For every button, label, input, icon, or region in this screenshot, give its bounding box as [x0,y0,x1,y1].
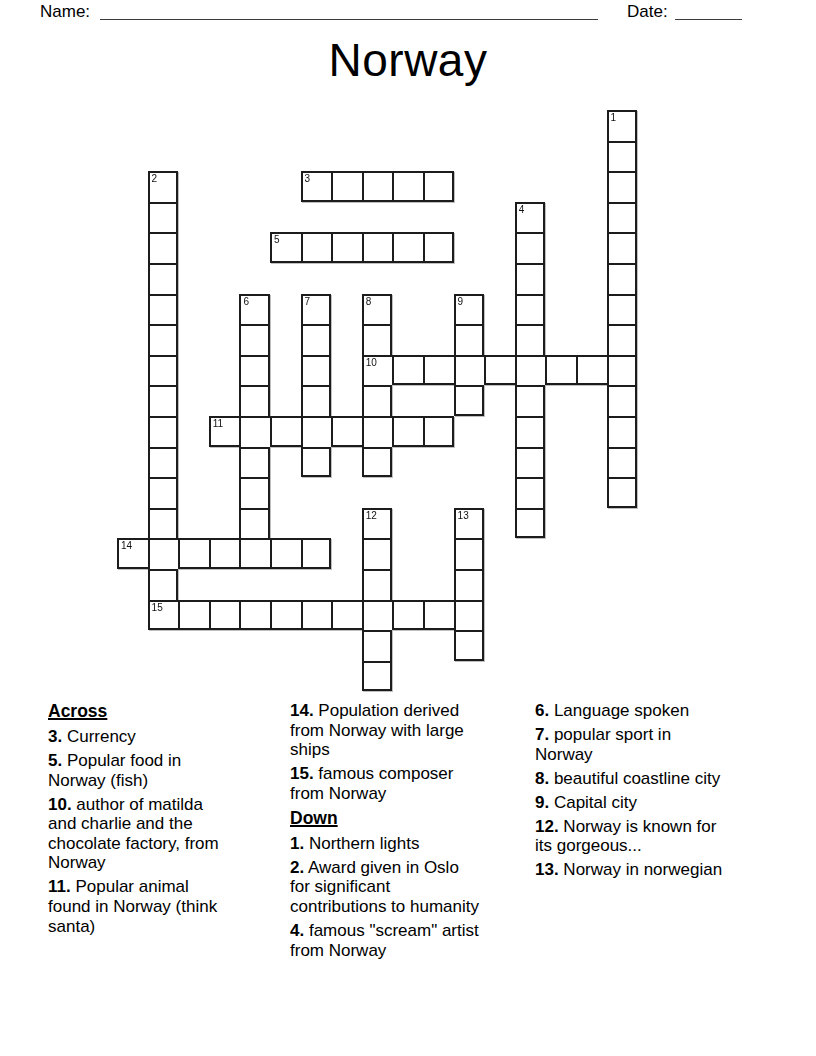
grid-cell-r3c1[interactable] [148,202,179,233]
cell-number-12: 12 [366,511,377,521]
grid-cell-r14c4[interactable] [239,538,270,569]
grid-cell-r6c13[interactable] [515,294,546,325]
cell-number-10: 10 [366,358,377,368]
grid-cell-r16c11[interactable] [454,600,485,631]
grid-cell-r12c13[interactable] [515,477,546,508]
clue-number: 15. [290,764,314,783]
grid-cell-r13c4[interactable] [239,508,270,539]
grid-cell-r10c9[interactable] [392,416,423,447]
grid-cell-r4c5[interactable]: 5 [270,232,301,263]
grid-cell-r10c13[interactable] [515,416,546,447]
grid-cell-r8c6[interactable] [301,355,332,386]
cell-number-4: 4 [519,205,525,215]
worksheet-page: Name: Date: Norway 123456789101112131415… [0,0,816,1056]
cell-number-11: 11 [213,419,223,429]
grid-cell-r10c8[interactable] [362,416,393,447]
grid-cell-r16c9[interactable] [392,600,423,631]
grid-cell-r8c12[interactable] [484,355,515,386]
cell-number-14: 14 [121,541,132,551]
grid-cell-r15c1[interactable] [148,569,179,600]
cell-number-3: 3 [305,174,311,184]
grid-cell-r16c8[interactable] [362,600,393,631]
grid-cell-r10c7[interactable] [331,416,362,447]
grid-cell-r14c1[interactable] [148,538,179,569]
clue-number: 6. [535,701,549,720]
grid-cell-r16c7[interactable] [331,600,362,631]
grid-cell-r14c6[interactable] [301,538,332,569]
grid-cell-r5c16[interactable] [607,263,638,294]
cell-number-7: 7 [305,297,311,307]
grid-cell-r4c10[interactable] [423,232,454,263]
grid-cell-r15c8[interactable] [362,569,393,600]
grid-cell-r6c11[interactable]: 9 [454,294,485,325]
clues-column-2: 14. Population derived from Norway with … [290,701,480,965]
clue-across-11: 11. Popular animal found in Norway (thin… [48,877,232,936]
grid-cell-r8c1[interactable] [148,355,179,386]
grid-cell-r6c16[interactable] [607,294,638,325]
grid-cell-r8c10[interactable] [423,355,454,386]
clue-number: 7. [535,725,549,744]
clue-number: 5. [48,751,62,770]
grid-cell-r7c11[interactable] [454,324,485,355]
grid-cell-r1c16[interactable] [607,141,638,172]
grid-cell-r7c16[interactable] [607,324,638,355]
grid-cell-r7c13[interactable] [515,324,546,355]
clue-number: 9. [535,793,549,812]
date-blank-line[interactable] [675,19,742,20]
clue-number: 14. [290,701,314,720]
grid-cell-r8c11[interactable] [454,355,485,386]
cell-number-6: 6 [243,297,249,307]
clues-column-3: 6. Language spoken7. popular sport in No… [535,701,729,884]
grid-cell-r9c4[interactable] [239,385,270,416]
cell-number-8: 8 [366,297,372,307]
cell-number-15: 15 [152,603,163,613]
grid-cell-r13c11[interactable]: 13 [454,508,485,539]
clue-number: 13. [535,860,559,879]
clue-down-7: 7. popular sport in Norway [535,725,729,764]
cell-number-1: 1 [611,113,617,123]
grid-cell-r0c16[interactable]: 1 [607,110,638,141]
name-blank-line[interactable] [100,19,598,20]
grid-cell-r10c6[interactable] [301,416,332,447]
puzzle-title: Norway [0,33,816,87]
grid-cell-r16c5[interactable] [270,600,301,631]
grid-cell-r6c8[interactable]: 8 [362,294,393,325]
clue-number: 10. [48,795,72,814]
clues-column-1: Across3. Currency5. Popular food in Norw… [48,701,232,941]
grid-cell-r9c11[interactable] [454,385,485,416]
grid-cell-r16c10[interactable] [423,600,454,631]
grid-cell-r2c7[interactable] [331,171,362,202]
grid-cell-r2c16[interactable] [607,171,638,202]
grid-cell-r11c1[interactable] [148,447,179,478]
grid-cell-r3c16[interactable] [607,202,638,233]
grid-cell-r11c6[interactable] [301,447,332,478]
grid-cell-r18c8[interactable] [362,661,393,692]
clue-across-10: 10. author of matilda and charlie and th… [48,795,232,873]
grid-cell-r14c2[interactable] [178,538,209,569]
grid-cell-r11c4[interactable] [239,447,270,478]
grid-cell-r14c8[interactable] [362,538,393,569]
clue-down-13: 13. Norway in norwegian [535,860,729,880]
clue-number: 8. [535,769,549,788]
grid-cell-r12c16[interactable] [607,477,638,508]
clue-number: 2. [290,858,304,877]
grid-cell-r15c11[interactable] [454,569,485,600]
clue-down-9: 9. Capital city [535,793,729,813]
grid-cell-r7c6[interactable] [301,324,332,355]
grid-cell-r11c13[interactable] [515,447,546,478]
grid-cell-r16c3[interactable] [209,600,240,631]
clue-number: 12. [535,817,559,836]
grid-cell-r13c1[interactable] [148,508,179,539]
grid-cell-r16c4[interactable] [239,600,270,631]
grid-cell-r8c4[interactable] [239,355,270,386]
grid-cell-r3c13[interactable]: 4 [515,202,546,233]
grid-cell-r8c15[interactable] [576,355,607,386]
grid-cell-r4c6[interactable] [301,232,332,263]
grid-cell-r6c4[interactable]: 6 [239,294,270,325]
grid-cell-r10c3[interactable]: 11 [209,416,240,447]
grid-cell-r2c1[interactable]: 2 [148,171,179,202]
clue-number: 3. [48,727,62,746]
grid-cell-r8c8[interactable]: 10 [362,355,393,386]
grid-cell-r12c4[interactable] [239,477,270,508]
grid-cell-r4c9[interactable] [392,232,423,263]
grid-cell-r4c13[interactable] [515,232,546,263]
grid-cell-r7c4[interactable] [239,324,270,355]
grid-cell-r17c8[interactable] [362,630,393,661]
grid-cell-r12c1[interactable] [148,477,179,508]
cell-number-13: 13 [458,511,469,521]
grid-cell-r10c10[interactable] [423,416,454,447]
grid-cell-r8c13[interactable] [515,355,546,386]
clue-down-4: 4. famous "scream" artist from Norway [290,921,480,960]
grid-cell-r8c14[interactable] [545,355,576,386]
grid-cell-r7c1[interactable] [148,324,179,355]
grid-cell-r16c2[interactable] [178,600,209,631]
grid-cell-r6c1[interactable] [148,294,179,325]
clue-down-1: 1. Northern lights [290,834,480,854]
grid-cell-r14c5[interactable] [270,538,301,569]
cell-number-2: 2 [152,174,158,184]
clue-across-3: 3. Currency [48,727,232,747]
grid-cell-r11c8[interactable] [362,447,393,478]
name-label: Name: [40,2,90,21]
across-header: Across [48,701,232,721]
grid-cell-r16c6[interactable] [301,600,332,631]
grid-cell-r4c16[interactable] [607,232,638,263]
grid-cell-r14c11[interactable] [454,538,485,569]
grid-cell-r17c11[interactable] [454,630,485,661]
grid-cell-r13c13[interactable] [515,508,546,539]
grid-cell-r5c13[interactable] [515,263,546,294]
grid-cell-r2c10[interactable] [423,171,454,202]
grid-cell-r4c1[interactable] [148,232,179,263]
clue-number: 1. [290,834,304,853]
clue-across-15: 15. famous composer from Norway [290,764,480,803]
grid-cell-r10c4[interactable] [239,416,270,447]
grid-cell-r10c1[interactable] [148,416,179,447]
clue-down-8: 8. beautiful coastline city [535,769,729,789]
clue-down-2: 2. Award given in Oslo for significant c… [290,858,480,917]
grid-cell-r6c6[interactable]: 7 [301,294,332,325]
grid-cell-r2c8[interactable] [362,171,393,202]
clue-down-12: 12. Norway is known for its gorgeous... [535,817,729,856]
grid-cell-r8c16[interactable] [607,355,638,386]
grid-cell-r10c5[interactable] [270,416,301,447]
grid-cell-r8c9[interactable] [392,355,423,386]
clue-number: 4. [290,921,304,940]
grid-cell-r13c8[interactable]: 12 [362,508,393,539]
grid-cell-r9c8[interactable] [362,385,393,416]
grid-cell-r10c16[interactable] [607,416,638,447]
cell-number-9: 9 [458,297,464,307]
grid-cell-r7c8[interactable] [362,324,393,355]
grid-cell-r16c1[interactable]: 15 [148,600,179,631]
cell-number-5: 5 [274,235,280,245]
grid-cell-r4c8[interactable] [362,232,393,263]
clue-number: 11. [48,877,71,896]
grid-cell-r9c6[interactable] [301,385,332,416]
clue-down-6: 6. Language spoken [535,701,729,721]
grid-cell-r9c13[interactable] [515,385,546,416]
date-label: Date: [627,2,668,21]
grid-cell-r2c6[interactable]: 3 [301,171,332,202]
grid-cell-r4c7[interactable] [331,232,362,263]
grid-cell-r14c3[interactable] [209,538,240,569]
crossword-grid: 123456789101112131415 [117,110,638,692]
grid-cell-r9c16[interactable] [607,385,638,416]
grid-cell-r11c16[interactable] [607,447,638,478]
clue-across-14: 14. Population derived from Norway with … [290,701,480,760]
grid-cell-r14c0[interactable]: 14 [117,538,148,569]
grid-cell-r9c1[interactable] [148,385,179,416]
down-header: Down [290,808,480,828]
grid-cell-r2c9[interactable] [392,171,423,202]
grid-cell-r5c1[interactable] [148,263,179,294]
clue-across-5: 5. Popular food in Norway (fish) [48,751,232,790]
